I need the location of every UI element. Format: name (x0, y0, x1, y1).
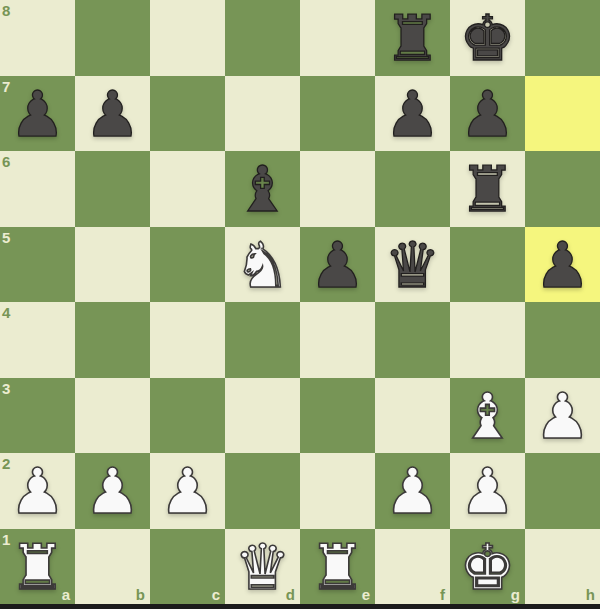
piece-white-rook-e1-icon[interactable]: ♜ (309, 536, 365, 599)
square-e4[interactable] (300, 302, 375, 378)
square-h5[interactable]: ♟ (525, 227, 600, 303)
square-a4[interactable]: 4 (0, 302, 75, 378)
file-label-c: c (212, 587, 220, 602)
rank-label-3: 3 (2, 381, 10, 396)
square-f1[interactable]: f (375, 529, 450, 605)
square-c5[interactable] (150, 227, 225, 303)
rank-label-5: 5 (2, 230, 10, 245)
square-a7[interactable]: 7♟ (0, 76, 75, 152)
square-d8[interactable] (225, 0, 300, 76)
square-d5[interactable]: ♞ (225, 227, 300, 303)
piece-white-pawn-a2-icon[interactable]: ♟ (9, 460, 65, 523)
square-c8[interactable] (150, 0, 225, 76)
piece-black-pawn-e5-icon[interactable]: ♟ (309, 234, 365, 297)
square-e7[interactable] (300, 76, 375, 152)
square-e6[interactable] (300, 151, 375, 227)
square-g8[interactable]: ♚ (450, 0, 525, 76)
square-a6[interactable]: 6 (0, 151, 75, 227)
piece-white-rook-a1-icon[interactable]: ♜ (9, 536, 65, 599)
square-e8[interactable] (300, 0, 375, 76)
piece-white-pawn-h3-icon[interactable]: ♟ (534, 385, 590, 448)
square-g1[interactable]: g♚ (450, 529, 525, 605)
square-d6[interactable]: ♝ (225, 151, 300, 227)
square-g6[interactable]: ♜ (450, 151, 525, 227)
square-h6[interactable] (525, 151, 600, 227)
piece-white-pawn-g2-icon[interactable]: ♟ (459, 460, 515, 523)
square-d4[interactable] (225, 302, 300, 378)
square-c3[interactable] (150, 378, 225, 454)
piece-white-king-g1-icon[interactable]: ♚ (459, 536, 515, 599)
piece-white-bishop-g3-icon[interactable]: ♝ (459, 385, 515, 448)
square-g2[interactable]: ♟ (450, 453, 525, 529)
square-g7[interactable]: ♟ (450, 76, 525, 152)
piece-white-knight-d5-icon[interactable]: ♞ (234, 234, 290, 297)
piece-black-bishop-d6-icon[interactable]: ♝ (234, 158, 290, 221)
piece-black-rook-g6-icon[interactable]: ♜ (459, 158, 515, 221)
square-c4[interactable] (150, 302, 225, 378)
square-a2[interactable]: 2♟ (0, 453, 75, 529)
square-g3[interactable]: ♝ (450, 378, 525, 454)
square-c6[interactable] (150, 151, 225, 227)
square-d7[interactable] (225, 76, 300, 152)
piece-black-pawn-h5-icon[interactable]: ♟ (534, 234, 590, 297)
file-label-h: h (586, 587, 595, 602)
square-c1[interactable]: c (150, 529, 225, 605)
square-b2[interactable]: ♟ (75, 453, 150, 529)
square-g5[interactable] (450, 227, 525, 303)
rank-label-4: 4 (2, 305, 10, 320)
piece-black-pawn-f7-icon[interactable]: ♟ (384, 83, 440, 146)
square-b5[interactable] (75, 227, 150, 303)
square-h7[interactable] (525, 76, 600, 152)
square-e5[interactable]: ♟ (300, 227, 375, 303)
rank-label-8: 8 (2, 3, 10, 18)
square-a8[interactable]: 8 (0, 0, 75, 76)
square-f7[interactable]: ♟ (375, 76, 450, 152)
square-c7[interactable] (150, 76, 225, 152)
file-label-b: b (136, 587, 145, 602)
square-h3[interactable]: ♟ (525, 378, 600, 454)
square-f5[interactable]: ♛ (375, 227, 450, 303)
square-a1[interactable]: 1a♜ (0, 529, 75, 605)
piece-black-pawn-a7-icon[interactable]: ♟ (9, 83, 65, 146)
piece-black-pawn-g7-icon[interactable]: ♟ (459, 83, 515, 146)
square-b7[interactable]: ♟ (75, 76, 150, 152)
square-b4[interactable] (75, 302, 150, 378)
square-b1[interactable]: b (75, 529, 150, 605)
square-b6[interactable] (75, 151, 150, 227)
square-a5[interactable]: 5 (0, 227, 75, 303)
piece-white-pawn-c2-icon[interactable]: ♟ (159, 460, 215, 523)
square-h2[interactable] (525, 453, 600, 529)
square-f4[interactable] (375, 302, 450, 378)
piece-white-pawn-f2-icon[interactable]: ♟ (384, 460, 440, 523)
bottom-edge-bar (0, 604, 600, 609)
square-e1[interactable]: e♜ (300, 529, 375, 605)
square-e2[interactable] (300, 453, 375, 529)
piece-black-pawn-b7-icon[interactable]: ♟ (84, 83, 140, 146)
square-d3[interactable] (225, 378, 300, 454)
square-h4[interactable] (525, 302, 600, 378)
rank-label-6: 6 (2, 154, 10, 169)
piece-black-queen-f5-icon[interactable]: ♛ (384, 234, 440, 297)
square-h8[interactable] (525, 0, 600, 76)
chess-board: 8♜♚7♟♟♟♟6♝♜5♞♟♛♟43♝♟2♟♟♟♟♟1a♜bcd♛e♜fg♚h (0, 0, 600, 604)
square-h1[interactable]: h (525, 529, 600, 605)
square-a3[interactable]: 3 (0, 378, 75, 454)
square-d2[interactable] (225, 453, 300, 529)
piece-white-queen-d1-icon[interactable]: ♛ (234, 536, 290, 599)
square-d1[interactable]: d♛ (225, 529, 300, 605)
square-f8[interactable]: ♜ (375, 0, 450, 76)
square-b3[interactable] (75, 378, 150, 454)
file-label-f: f (440, 587, 445, 602)
square-g4[interactable] (450, 302, 525, 378)
piece-black-rook-f8-icon[interactable]: ♜ (384, 7, 440, 70)
square-b8[interactable] (75, 0, 150, 76)
chess-app: 8♜♚7♟♟♟♟6♝♜5♞♟♛♟43♝♟2♟♟♟♟♟1a♜bcd♛e♜fg♚h (0, 0, 600, 609)
square-f2[interactable]: ♟ (375, 453, 450, 529)
square-f6[interactable] (375, 151, 450, 227)
square-e3[interactable] (300, 378, 375, 454)
piece-black-king-g8-icon[interactable]: ♚ (459, 7, 515, 70)
piece-white-pawn-b2-icon[interactable]: ♟ (84, 460, 140, 523)
square-f3[interactable] (375, 378, 450, 454)
square-c2[interactable]: ♟ (150, 453, 225, 529)
